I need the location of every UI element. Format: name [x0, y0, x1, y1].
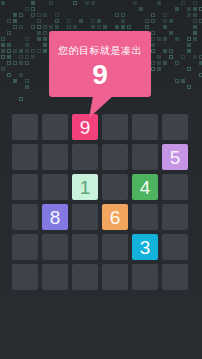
tutorial-goal-text: 您的目标就是凑出: [49, 44, 151, 58]
empty-cell: [162, 114, 188, 140]
empty-cell: [132, 144, 158, 170]
empty-cell: [132, 114, 158, 140]
board-grid: 9514863: [12, 114, 188, 290]
empty-cell: [12, 114, 38, 140]
empty-cell: [102, 264, 128, 290]
tutorial-goal-number: 9: [49, 58, 151, 92]
tile-9[interactable]: 9: [72, 114, 98, 140]
empty-cell: [42, 174, 68, 200]
empty-cell: [162, 264, 188, 290]
empty-cell: [12, 204, 38, 230]
empty-cell: [42, 114, 68, 140]
empty-cell: [12, 264, 38, 290]
tutorial-bubble: 您的目标就是凑出 9: [49, 31, 151, 97]
empty-cell: [42, 144, 68, 170]
tile-6[interactable]: 6: [102, 204, 128, 230]
tile-8[interactable]: 8: [42, 204, 68, 230]
tile-5[interactable]: 5: [162, 144, 188, 170]
empty-cell: [162, 234, 188, 260]
empty-cell: [132, 204, 158, 230]
empty-cell: [72, 234, 98, 260]
empty-cell: [102, 174, 128, 200]
empty-cell: [102, 114, 128, 140]
empty-cell: [42, 264, 68, 290]
empty-cell: [12, 174, 38, 200]
tile-4[interactable]: 4: [132, 174, 158, 200]
empty-cell: [102, 234, 128, 260]
empty-cell: [102, 144, 128, 170]
empty-cell: [72, 264, 98, 290]
empty-cell: [12, 144, 38, 170]
empty-cell: [132, 264, 158, 290]
tile-1[interactable]: 1: [72, 174, 98, 200]
empty-cell: [72, 144, 98, 170]
empty-cell: [12, 234, 38, 260]
empty-cell: [42, 234, 68, 260]
tile-3[interactable]: 3: [132, 234, 158, 260]
empty-cell: [162, 204, 188, 230]
empty-cell: [162, 174, 188, 200]
game-screen: 您的目标就是凑出 9 9514863: [0, 0, 202, 359]
empty-cell: [72, 204, 98, 230]
